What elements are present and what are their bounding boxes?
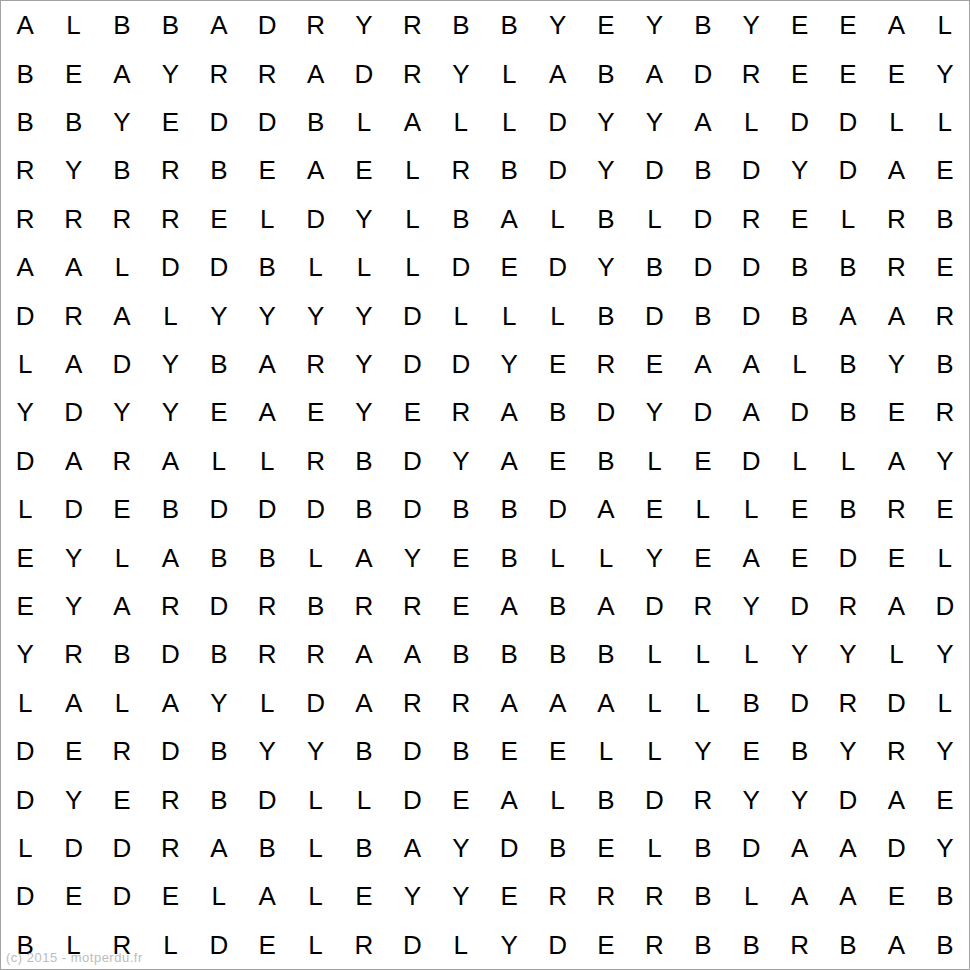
grid-cell[interactable]: B <box>437 1 485 49</box>
grid-cell[interactable]: E <box>146 872 194 920</box>
grid-cell[interactable]: B <box>582 49 630 97</box>
grid-cell[interactable]: B <box>921 195 969 243</box>
grid-cell[interactable]: Y <box>582 146 630 194</box>
grid-cell[interactable]: Y <box>388 533 436 581</box>
grid-cell[interactable]: B <box>533 582 581 630</box>
grid-cell[interactable]: A <box>679 98 727 146</box>
grid-cell[interactable]: L <box>872 98 920 146</box>
grid-cell[interactable]: B <box>775 727 823 775</box>
grid-cell[interactable]: Y <box>291 727 339 775</box>
grid-cell[interactable]: B <box>195 630 243 678</box>
grid-cell[interactable]: D <box>388 485 436 533</box>
grid-cell[interactable]: E <box>679 533 727 581</box>
grid-cell[interactable]: R <box>291 437 339 485</box>
grid-cell[interactable]: Y <box>49 775 97 823</box>
grid-cell[interactable]: Y <box>921 49 969 97</box>
grid-cell[interactable]: R <box>1 146 49 194</box>
grid-cell[interactable]: E <box>775 485 823 533</box>
grid-cell[interactable]: Y <box>437 49 485 97</box>
grid-cell[interactable]: B <box>195 146 243 194</box>
grid-cell[interactable]: D <box>630 582 678 630</box>
grid-cell[interactable]: B <box>195 775 243 823</box>
grid-cell[interactable]: Y <box>340 1 388 49</box>
grid-cell[interactable]: A <box>49 679 97 727</box>
grid-cell[interactable]: B <box>1 49 49 97</box>
grid-cell[interactable]: A <box>727 340 775 388</box>
grid-cell[interactable]: L <box>630 195 678 243</box>
grid-cell[interactable]: B <box>679 921 727 969</box>
grid-cell[interactable]: B <box>727 679 775 727</box>
grid-cell[interactable]: A <box>679 340 727 388</box>
grid-cell[interactable]: R <box>49 630 97 678</box>
grid-cell[interactable]: A <box>388 824 436 872</box>
grid-cell[interactable]: L <box>291 872 339 920</box>
grid-cell[interactable]: B <box>824 388 872 436</box>
grid-cell[interactable]: L <box>291 243 339 291</box>
grid-cell[interactable]: B <box>824 243 872 291</box>
grid-cell[interactable]: E <box>775 1 823 49</box>
grid-cell[interactable]: B <box>533 630 581 678</box>
grid-cell[interactable]: L <box>437 291 485 339</box>
grid-cell[interactable]: R <box>195 49 243 97</box>
grid-cell[interactable]: B <box>775 243 823 291</box>
grid-cell[interactable]: D <box>824 775 872 823</box>
grid-cell[interactable]: B <box>921 340 969 388</box>
grid-cell[interactable]: E <box>824 1 872 49</box>
grid-cell[interactable]: L <box>727 630 775 678</box>
grid-cell[interactable]: E <box>775 49 823 97</box>
grid-cell[interactable]: A <box>388 630 436 678</box>
grid-cell[interactable]: A <box>582 485 630 533</box>
grid-cell[interactable]: D <box>195 485 243 533</box>
grid-cell[interactable]: L <box>679 679 727 727</box>
grid-cell[interactable]: E <box>388 388 436 436</box>
grid-cell[interactable]: A <box>872 775 920 823</box>
grid-cell[interactable]: A <box>485 775 533 823</box>
grid-cell[interactable]: D <box>1 775 49 823</box>
grid-cell[interactable]: E <box>630 485 678 533</box>
grid-cell[interactable]: Y <box>98 388 146 436</box>
grid-cell[interactable]: D <box>388 340 436 388</box>
grid-cell[interactable]: Y <box>195 679 243 727</box>
grid-cell[interactable]: R <box>340 582 388 630</box>
grid-cell[interactable]: D <box>679 195 727 243</box>
grid-cell[interactable]: A <box>243 388 291 436</box>
grid-cell[interactable]: A <box>533 49 581 97</box>
grid-cell[interactable]: B <box>195 340 243 388</box>
grid-cell[interactable]: L <box>872 630 920 678</box>
grid-cell[interactable]: A <box>582 679 630 727</box>
grid-cell[interactable]: L <box>98 243 146 291</box>
grid-cell[interactable]: L <box>533 533 581 581</box>
grid-cell[interactable]: L <box>388 195 436 243</box>
grid-cell[interactable]: E <box>921 146 969 194</box>
grid-cell[interactable]: D <box>243 98 291 146</box>
grid-cell[interactable]: E <box>98 775 146 823</box>
grid-cell[interactable]: D <box>533 146 581 194</box>
grid-cell[interactable]: E <box>146 98 194 146</box>
grid-cell[interactable]: R <box>824 679 872 727</box>
grid-cell[interactable]: Y <box>195 291 243 339</box>
grid-cell[interactable]: R <box>679 582 727 630</box>
grid-cell[interactable]: B <box>485 630 533 678</box>
grid-cell[interactable]: L <box>1 824 49 872</box>
grid-cell[interactable]: Y <box>437 824 485 872</box>
grid-cell[interactable]: Y <box>146 49 194 97</box>
grid-cell[interactable]: A <box>195 824 243 872</box>
grid-cell[interactable]: Y <box>727 582 775 630</box>
grid-cell[interactable]: R <box>98 921 146 969</box>
grid-cell[interactable]: Y <box>533 1 581 49</box>
grid-cell[interactable]: B <box>340 485 388 533</box>
grid-cell[interactable]: E <box>49 49 97 97</box>
grid-cell[interactable]: B <box>824 340 872 388</box>
grid-cell[interactable]: L <box>98 533 146 581</box>
grid-cell[interactable]: B <box>582 437 630 485</box>
grid-cell[interactable]: R <box>291 340 339 388</box>
grid-cell[interactable]: B <box>582 195 630 243</box>
grid-cell[interactable]: Y <box>872 340 920 388</box>
grid-cell[interactable]: B <box>146 1 194 49</box>
grid-cell[interactable]: B <box>437 727 485 775</box>
grid-cell[interactable]: E <box>921 775 969 823</box>
grid-cell[interactable]: L <box>727 98 775 146</box>
grid-cell[interactable]: D <box>775 98 823 146</box>
grid-cell[interactable]: B <box>582 775 630 823</box>
grid-cell[interactable]: D <box>533 98 581 146</box>
grid-cell[interactable]: L <box>437 98 485 146</box>
grid-cell[interactable]: B <box>679 824 727 872</box>
grid-cell[interactable]: D <box>1 872 49 920</box>
grid-cell[interactable]: L <box>727 872 775 920</box>
grid-cell[interactable]: E <box>340 872 388 920</box>
grid-cell[interactable]: L <box>49 921 97 969</box>
grid-cell[interactable]: R <box>49 291 97 339</box>
grid-cell[interactable]: D <box>775 388 823 436</box>
grid-cell[interactable]: E <box>582 921 630 969</box>
grid-cell[interactable]: B <box>485 146 533 194</box>
grid-cell[interactable]: L <box>630 679 678 727</box>
grid-cell[interactable]: A <box>146 437 194 485</box>
grid-cell[interactable]: A <box>872 146 920 194</box>
grid-cell[interactable]: D <box>727 291 775 339</box>
grid-cell[interactable]: L <box>291 533 339 581</box>
grid-cell[interactable]: D <box>872 824 920 872</box>
grid-cell[interactable]: B <box>921 872 969 920</box>
grid-cell[interactable]: E <box>437 775 485 823</box>
grid-cell[interactable]: E <box>1 533 49 581</box>
grid-cell[interactable]: D <box>1 727 49 775</box>
grid-cell[interactable]: A <box>243 872 291 920</box>
grid-cell[interactable]: B <box>195 533 243 581</box>
grid-cell[interactable]: R <box>146 582 194 630</box>
grid-cell[interactable]: L <box>630 437 678 485</box>
grid-cell[interactable]: B <box>291 582 339 630</box>
grid-cell[interactable]: R <box>146 824 194 872</box>
grid-cell[interactable]: A <box>582 582 630 630</box>
grid-cell[interactable]: Y <box>582 243 630 291</box>
grid-cell[interactable]: D <box>243 1 291 49</box>
grid-cell[interactable]: R <box>98 195 146 243</box>
grid-cell[interactable]: D <box>533 243 581 291</box>
grid-cell[interactable]: E <box>872 49 920 97</box>
grid-cell[interactable]: Y <box>775 630 823 678</box>
grid-cell[interactable]: D <box>533 485 581 533</box>
grid-cell[interactable]: Y <box>485 340 533 388</box>
grid-cell[interactable]: A <box>1 1 49 49</box>
grid-cell[interactable]: L <box>388 243 436 291</box>
grid-cell[interactable]: L <box>630 824 678 872</box>
grid-cell[interactable]: B <box>49 98 97 146</box>
grid-cell[interactable]: A <box>146 533 194 581</box>
grid-cell[interactable]: E <box>872 872 920 920</box>
grid-cell[interactable]: B <box>1 98 49 146</box>
grid-cell[interactable]: D <box>388 437 436 485</box>
grid-cell[interactable]: R <box>388 49 436 97</box>
grid-cell[interactable]: L <box>630 630 678 678</box>
grid-cell[interactable]: Y <box>921 727 969 775</box>
grid-cell[interactable]: R <box>872 485 920 533</box>
grid-cell[interactable]: B <box>195 727 243 775</box>
grid-cell[interactable]: A <box>485 195 533 243</box>
grid-cell[interactable]: L <box>340 243 388 291</box>
grid-cell[interactable]: B <box>340 437 388 485</box>
grid-cell[interactable]: L <box>582 727 630 775</box>
grid-cell[interactable]: L <box>533 291 581 339</box>
grid-cell[interactable]: Y <box>921 630 969 678</box>
grid-cell[interactable]: B <box>98 1 146 49</box>
grid-cell[interactable]: A <box>340 630 388 678</box>
grid-cell[interactable]: D <box>630 146 678 194</box>
grid-cell[interactable]: L <box>533 775 581 823</box>
grid-cell[interactable]: Y <box>582 98 630 146</box>
grid-cell[interactable]: D <box>291 679 339 727</box>
grid-cell[interactable]: L <box>1 485 49 533</box>
grid-cell[interactable]: D <box>1 437 49 485</box>
grid-cell[interactable]: B <box>291 98 339 146</box>
grid-cell[interactable]: D <box>533 921 581 969</box>
grid-cell[interactable]: Y <box>146 340 194 388</box>
grid-cell[interactable]: E <box>98 485 146 533</box>
grid-cell[interactable]: D <box>921 582 969 630</box>
grid-cell[interactable]: B <box>679 872 727 920</box>
grid-cell[interactable]: A <box>775 872 823 920</box>
grid-cell[interactable]: B <box>146 485 194 533</box>
grid-cell[interactable]: L <box>195 872 243 920</box>
grid-cell[interactable]: Y <box>630 533 678 581</box>
grid-cell[interactable]: Y <box>243 727 291 775</box>
grid-cell[interactable]: A <box>824 291 872 339</box>
grid-cell[interactable]: Y <box>727 775 775 823</box>
grid-cell[interactable]: A <box>388 98 436 146</box>
grid-cell[interactable]: D <box>727 824 775 872</box>
grid-cell[interactable]: L <box>824 437 872 485</box>
grid-cell[interactable]: Y <box>679 727 727 775</box>
grid-cell[interactable]: E <box>775 195 823 243</box>
grid-cell[interactable]: B <box>485 1 533 49</box>
grid-cell[interactable]: L <box>679 630 727 678</box>
grid-cell[interactable]: A <box>485 388 533 436</box>
grid-cell[interactable]: A <box>49 437 97 485</box>
grid-cell[interactable]: A <box>291 49 339 97</box>
grid-cell[interactable]: E <box>630 340 678 388</box>
grid-cell[interactable]: D <box>388 291 436 339</box>
grid-cell[interactable]: E <box>437 533 485 581</box>
grid-cell[interactable]: B <box>485 485 533 533</box>
grid-cell[interactable]: Y <box>630 388 678 436</box>
grid-cell[interactable]: Y <box>49 146 97 194</box>
grid-cell[interactable]: E <box>485 872 533 920</box>
grid-cell[interactable]: D <box>824 98 872 146</box>
grid-cell[interactable]: E <box>533 437 581 485</box>
grid-cell[interactable]: D <box>49 824 97 872</box>
grid-cell[interactable]: R <box>437 388 485 436</box>
grid-cell[interactable]: E <box>291 388 339 436</box>
grid-cell[interactable]: A <box>824 824 872 872</box>
grid-cell[interactable]: B <box>437 195 485 243</box>
grid-cell[interactable]: E <box>872 388 920 436</box>
grid-cell[interactable]: D <box>291 485 339 533</box>
grid-cell[interactable]: L <box>49 1 97 49</box>
grid-cell[interactable]: R <box>533 872 581 920</box>
grid-cell[interactable]: A <box>485 582 533 630</box>
grid-cell[interactable]: B <box>679 291 727 339</box>
grid-cell[interactable]: R <box>243 630 291 678</box>
grid-cell[interactable]: L <box>340 775 388 823</box>
grid-cell[interactable]: B <box>98 146 146 194</box>
grid-cell[interactable]: B <box>775 291 823 339</box>
grid-cell[interactable]: B <box>533 824 581 872</box>
grid-cell[interactable]: L <box>485 291 533 339</box>
grid-cell[interactable]: A <box>775 824 823 872</box>
grid-cell[interactable]: L <box>630 727 678 775</box>
grid-cell[interactable]: A <box>727 388 775 436</box>
grid-cell[interactable]: D <box>340 49 388 97</box>
grid-cell[interactable]: D <box>630 291 678 339</box>
grid-cell[interactable]: E <box>485 243 533 291</box>
grid-cell[interactable]: R <box>727 49 775 97</box>
grid-cell[interactable]: B <box>824 921 872 969</box>
grid-cell[interactable]: Y <box>437 437 485 485</box>
grid-cell[interactable]: E <box>727 727 775 775</box>
grid-cell[interactable]: A <box>1 243 49 291</box>
grid-cell[interactable]: D <box>775 679 823 727</box>
grid-cell[interactable]: D <box>679 49 727 97</box>
grid-cell[interactable]: A <box>533 679 581 727</box>
grid-cell[interactable]: E <box>49 727 97 775</box>
grid-cell[interactable]: R <box>872 727 920 775</box>
grid-cell[interactable]: R <box>388 582 436 630</box>
grid-cell[interactable]: L <box>775 437 823 485</box>
grid-cell[interactable]: Y <box>921 824 969 872</box>
grid-cell[interactable]: Y <box>921 437 969 485</box>
grid-cell[interactable]: R <box>146 195 194 243</box>
grid-cell[interactable]: Y <box>775 775 823 823</box>
grid-cell[interactable]: L <box>485 98 533 146</box>
grid-cell[interactable]: Y <box>485 921 533 969</box>
grid-cell[interactable]: B <box>824 485 872 533</box>
grid-cell[interactable]: A <box>727 533 775 581</box>
grid-cell[interactable]: D <box>437 340 485 388</box>
grid-cell[interactable]: E <box>824 49 872 97</box>
grid-cell[interactable]: R <box>437 146 485 194</box>
grid-cell[interactable]: A <box>243 340 291 388</box>
grid-cell[interactable]: L <box>824 195 872 243</box>
grid-cell[interactable]: E <box>340 146 388 194</box>
grid-cell[interactable]: B <box>582 291 630 339</box>
grid-cell[interactable]: D <box>775 582 823 630</box>
grid-cell[interactable]: A <box>872 921 920 969</box>
grid-cell[interactable]: A <box>340 679 388 727</box>
grid-cell[interactable]: L <box>146 291 194 339</box>
grid-cell[interactable]: Y <box>340 388 388 436</box>
grid-cell[interactable]: L <box>340 98 388 146</box>
grid-cell[interactable]: L <box>921 679 969 727</box>
grid-cell[interactable]: R <box>291 1 339 49</box>
grid-cell[interactable]: E <box>533 340 581 388</box>
grid-cell[interactable]: B <box>98 630 146 678</box>
grid-cell[interactable]: R <box>146 775 194 823</box>
grid-cell[interactable]: E <box>243 921 291 969</box>
grid-cell[interactable]: Y <box>340 340 388 388</box>
grid-cell[interactable]: B <box>727 921 775 969</box>
grid-cell[interactable]: L <box>291 824 339 872</box>
grid-cell[interactable]: B <box>340 824 388 872</box>
grid-cell[interactable]: R <box>921 388 969 436</box>
grid-cell[interactable]: L <box>775 340 823 388</box>
grid-cell[interactable]: B <box>630 243 678 291</box>
grid-cell[interactable]: Y <box>49 582 97 630</box>
grid-cell[interactable]: R <box>630 921 678 969</box>
grid-cell[interactable]: Y <box>243 291 291 339</box>
grid-cell[interactable]: R <box>1 195 49 243</box>
grid-cell[interactable]: D <box>243 775 291 823</box>
grid-cell[interactable]: R <box>98 727 146 775</box>
grid-cell[interactable]: B <box>1 921 49 969</box>
grid-cell[interactable]: E <box>195 388 243 436</box>
grid-cell[interactable]: E <box>243 146 291 194</box>
grid-cell[interactable]: E <box>679 437 727 485</box>
grid-cell[interactable]: Y <box>630 1 678 49</box>
grid-cell[interactable]: D <box>195 582 243 630</box>
grid-cell[interactable]: B <box>243 824 291 872</box>
grid-cell[interactable]: D <box>437 243 485 291</box>
grid-cell[interactable]: E <box>195 195 243 243</box>
grid-cell[interactable]: Y <box>630 98 678 146</box>
grid-cell[interactable]: D <box>727 146 775 194</box>
grid-cell[interactable]: A <box>872 437 920 485</box>
grid-cell[interactable]: L <box>921 533 969 581</box>
grid-cell[interactable]: A <box>485 679 533 727</box>
grid-cell[interactable]: Y <box>340 195 388 243</box>
grid-cell[interactable]: L <box>921 98 969 146</box>
grid-cell[interactable]: E <box>485 727 533 775</box>
grid-cell[interactable]: R <box>921 291 969 339</box>
grid-cell[interactable]: D <box>485 824 533 872</box>
grid-cell[interactable]: R <box>630 872 678 920</box>
grid-cell[interactable]: B <box>582 630 630 678</box>
grid-cell[interactable]: D <box>291 195 339 243</box>
grid-cell[interactable]: A <box>485 437 533 485</box>
grid-cell[interactable]: R <box>388 679 436 727</box>
grid-cell[interactable]: A <box>49 340 97 388</box>
grid-cell[interactable]: D <box>388 921 436 969</box>
grid-cell[interactable]: D <box>98 340 146 388</box>
grid-cell[interactable]: B <box>243 533 291 581</box>
grid-cell[interactable]: B <box>485 533 533 581</box>
grid-cell[interactable]: B <box>679 1 727 49</box>
grid-cell[interactable]: B <box>340 727 388 775</box>
